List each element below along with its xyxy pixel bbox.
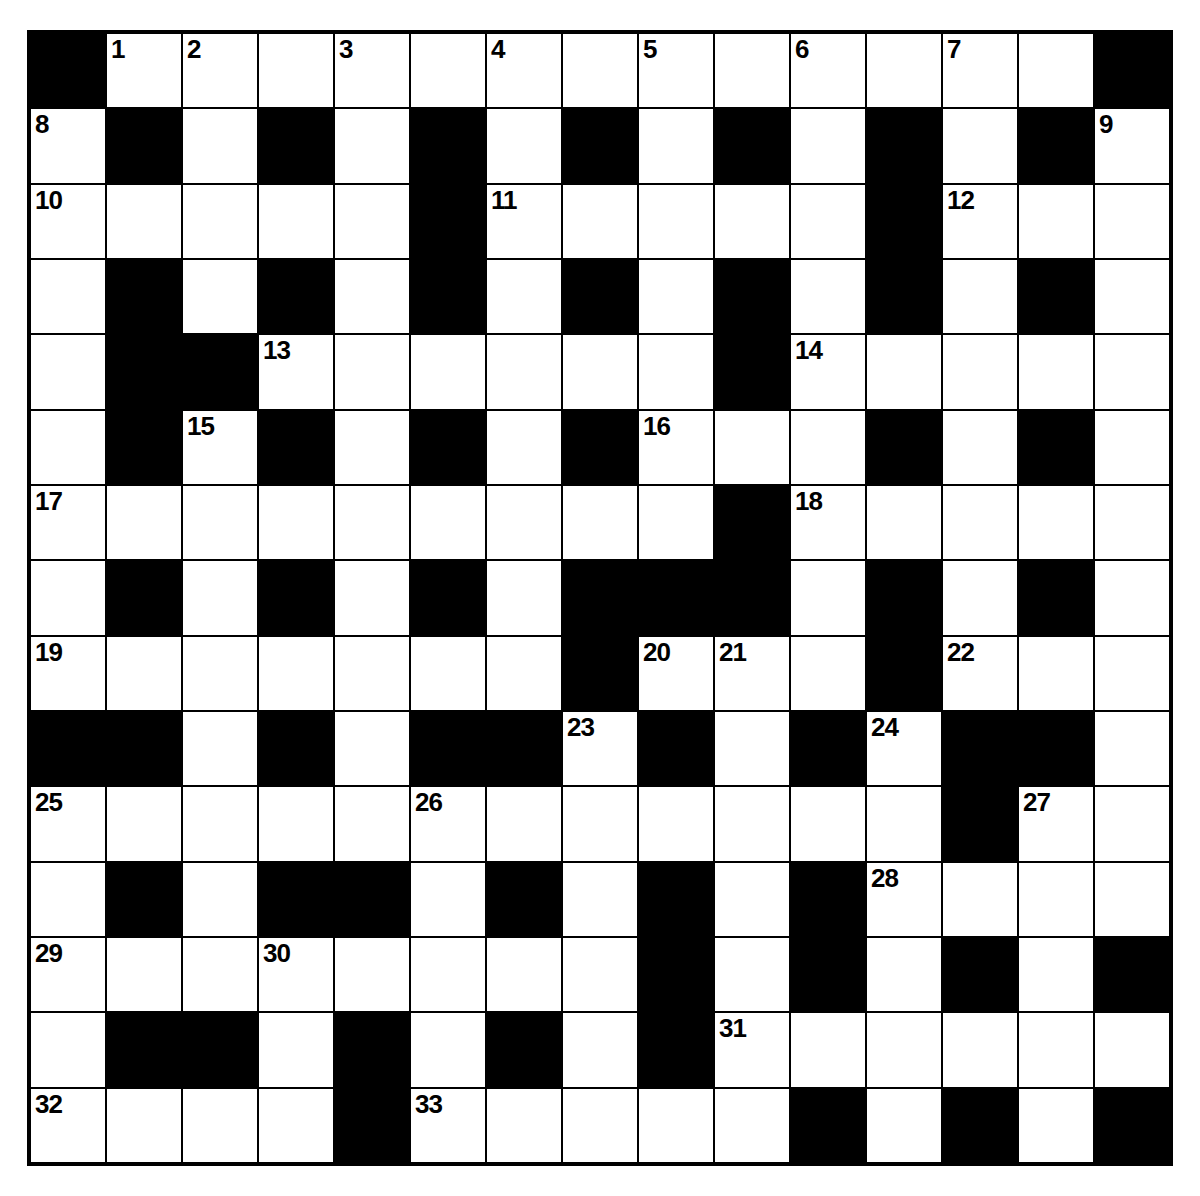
clue-number-17: 17	[35, 488, 62, 514]
block-cell-r14c10	[790, 1088, 866, 1163]
cell-r8c2[interactable]	[182, 636, 258, 711]
block-cell-r1c3	[258, 108, 334, 183]
block-cell-r13c8	[638, 1012, 714, 1087]
cell-r13c13[interactable]	[1018, 1012, 1094, 1087]
cell-r14c0[interactable]: 32	[30, 1088, 106, 1163]
block-cell-r5c7	[562, 410, 638, 485]
cell-r7c6[interactable]	[486, 560, 562, 635]
clue-number-18: 18	[795, 488, 822, 514]
block-cell-r7c11	[866, 560, 942, 635]
cell-r7c0[interactable]	[30, 560, 106, 635]
cell-r4c14[interactable]	[1094, 334, 1170, 409]
block-cell-r13c4	[334, 1012, 410, 1087]
block-cell-r1c7	[562, 108, 638, 183]
clue-number-25: 25	[35, 789, 62, 815]
block-cell-r3c1	[106, 259, 182, 334]
clue-number-29: 29	[35, 940, 62, 966]
cell-r9c14[interactable]	[1094, 711, 1170, 786]
cell-r11c9[interactable]	[714, 862, 790, 937]
cell-r12c5[interactable]	[410, 937, 486, 1012]
block-cell-r9c12	[942, 711, 1018, 786]
block-cell-r1c5	[410, 108, 486, 183]
cell-r14c5[interactable]: 33	[410, 1088, 486, 1163]
cell-r0c1[interactable]: 1	[106, 33, 182, 108]
block-cell-r13c2	[182, 1012, 258, 1087]
cell-r11c11[interactable]: 28	[866, 862, 942, 937]
cell-r3c14[interactable]	[1094, 259, 1170, 334]
clue-number-2: 2	[187, 36, 200, 62]
cell-r10c7[interactable]	[562, 786, 638, 861]
block-cell-r7c1	[106, 560, 182, 635]
clue-number-1: 1	[111, 36, 124, 62]
cell-r10c5[interactable]: 26	[410, 786, 486, 861]
cell-r14c9[interactable]	[714, 1088, 790, 1163]
block-cell-r3c11	[866, 259, 942, 334]
clue-number-21: 21	[719, 639, 746, 665]
block-cell-r11c4	[334, 862, 410, 937]
block-cell-r9c6	[486, 711, 562, 786]
block-cell-r12c12	[942, 937, 1018, 1012]
cell-r12c4[interactable]	[334, 937, 410, 1012]
cell-r7c12[interactable]	[942, 560, 1018, 635]
cell-r14c2[interactable]	[182, 1088, 258, 1163]
block-cell-r3c7	[562, 259, 638, 334]
cell-r3c0[interactable]	[30, 259, 106, 334]
block-cell-r14c4	[334, 1088, 410, 1163]
cell-r3c10[interactable]	[790, 259, 866, 334]
cell-r1c0[interactable]: 8	[30, 108, 106, 183]
block-cell-r4c1	[106, 334, 182, 409]
cell-r9c9[interactable]	[714, 711, 790, 786]
cell-r2c14[interactable]	[1094, 184, 1170, 259]
block-cell-r3c9	[714, 259, 790, 334]
cell-r10c10[interactable]	[790, 786, 866, 861]
clue-number-11: 11	[491, 187, 517, 213]
block-cell-r8c11	[866, 636, 942, 711]
cell-r11c14[interactable]	[1094, 862, 1170, 937]
cell-r2c10[interactable]	[790, 184, 866, 259]
clue-number-15: 15	[187, 413, 214, 439]
cell-r13c3[interactable]	[258, 1012, 334, 1087]
cell-r3c4[interactable]	[334, 259, 410, 334]
cell-r2c2[interactable]	[182, 184, 258, 259]
cell-r0c7[interactable]	[562, 33, 638, 108]
cell-r8c3[interactable]	[258, 636, 334, 711]
cell-r8c5[interactable]	[410, 636, 486, 711]
block-cell-r11c10	[790, 862, 866, 937]
cell-r14c3[interactable]	[258, 1088, 334, 1163]
block-cell-r11c6	[486, 862, 562, 937]
block-cell-r2c5	[410, 184, 486, 259]
cell-r4c13[interactable]	[1018, 334, 1094, 409]
block-cell-r11c1	[106, 862, 182, 937]
clue-number-12: 12	[947, 187, 974, 213]
block-cell-r9c3	[258, 711, 334, 786]
crossword-board: 1234567891011121314151617181920212223242…	[27, 30, 1173, 1166]
cell-r1c4[interactable]	[334, 108, 410, 183]
block-cell-r9c8	[638, 711, 714, 786]
clue-number-31: 31	[719, 1015, 746, 1041]
cell-r5c14[interactable]	[1094, 410, 1170, 485]
cell-r5c0[interactable]	[30, 410, 106, 485]
cell-r6c2[interactable]	[182, 485, 258, 560]
cell-r2c7[interactable]	[562, 184, 638, 259]
cell-r13c12[interactable]	[942, 1012, 1018, 1087]
cell-r1c2[interactable]	[182, 108, 258, 183]
cell-r8c9[interactable]: 21	[714, 636, 790, 711]
cell-r4c8[interactable]	[638, 334, 714, 409]
cell-r14c11[interactable]	[866, 1088, 942, 1163]
clue-number-24: 24	[871, 714, 898, 740]
cell-r3c12[interactable]	[942, 259, 1018, 334]
cell-r10c6[interactable]	[486, 786, 562, 861]
cell-r2c6[interactable]: 11	[486, 184, 562, 259]
cell-r13c5[interactable]	[410, 1012, 486, 1087]
block-cell-r7c3	[258, 560, 334, 635]
cell-r11c0[interactable]	[30, 862, 106, 937]
block-cell-r12c8	[638, 937, 714, 1012]
cell-r4c0[interactable]	[30, 334, 106, 409]
cell-r4c5[interactable]	[410, 334, 486, 409]
cell-r13c0[interactable]	[30, 1012, 106, 1087]
block-cell-r9c1	[106, 711, 182, 786]
cell-r5c10[interactable]	[790, 410, 866, 485]
cell-r12c6[interactable]	[486, 937, 562, 1012]
block-cell-r8c7	[562, 636, 638, 711]
cell-r1c10[interactable]	[790, 108, 866, 183]
cell-r5c12[interactable]	[942, 410, 1018, 485]
cell-r8c10[interactable]	[790, 636, 866, 711]
cell-r0c11[interactable]	[866, 33, 942, 108]
block-cell-r9c13	[1018, 711, 1094, 786]
cell-r0c10[interactable]: 6	[790, 33, 866, 108]
cell-r1c6[interactable]	[486, 108, 562, 183]
block-cell-r5c13	[1018, 410, 1094, 485]
block-cell-r14c14	[1094, 1088, 1170, 1163]
cell-r3c6[interactable]	[486, 259, 562, 334]
cell-r11c2[interactable]	[182, 862, 258, 937]
cell-r10c1[interactable]	[106, 786, 182, 861]
cell-r12c13[interactable]	[1018, 937, 1094, 1012]
cell-r10c2[interactable]	[182, 786, 258, 861]
cell-r14c13[interactable]	[1018, 1088, 1094, 1163]
clue-number-26: 26	[415, 789, 442, 815]
cell-r11c7[interactable]	[562, 862, 638, 937]
block-cell-r5c1	[106, 410, 182, 485]
cell-r2c13[interactable]	[1018, 184, 1094, 259]
cell-r8c0[interactable]: 19	[30, 636, 106, 711]
cell-r8c1[interactable]	[106, 636, 182, 711]
cell-r12c7[interactable]	[562, 937, 638, 1012]
cell-r10c0[interactable]: 25	[30, 786, 106, 861]
block-cell-r1c9	[714, 108, 790, 183]
clue-number-8: 8	[35, 111, 48, 137]
cell-r6c10[interactable]: 18	[790, 485, 866, 560]
block-cell-r12c10	[790, 937, 866, 1012]
block-cell-r12c14	[1094, 937, 1170, 1012]
cell-r1c14[interactable]: 9	[1094, 108, 1170, 183]
block-cell-r7c5	[410, 560, 486, 635]
cell-r12c1[interactable]	[106, 937, 182, 1012]
cell-r0c4[interactable]: 3	[334, 33, 410, 108]
clue-number-9: 9	[1099, 111, 1112, 137]
cell-r11c5[interactable]	[410, 862, 486, 937]
block-cell-r11c3	[258, 862, 334, 937]
block-cell-r13c6	[486, 1012, 562, 1087]
cell-r10c3[interactable]	[258, 786, 334, 861]
cell-r4c7[interactable]	[562, 334, 638, 409]
cell-r0c9[interactable]	[714, 33, 790, 108]
block-cell-r5c11	[866, 410, 942, 485]
clue-number-23: 23	[567, 714, 594, 740]
block-cell-r13c1	[106, 1012, 182, 1087]
cell-r9c2[interactable]	[182, 711, 258, 786]
block-cell-r11c8	[638, 862, 714, 937]
cell-r10c11[interactable]	[866, 786, 942, 861]
block-cell-r0c14	[1094, 33, 1170, 108]
cell-r14c1[interactable]	[106, 1088, 182, 1163]
cell-r7c2[interactable]	[182, 560, 258, 635]
clue-number-10: 10	[35, 187, 62, 213]
cell-r0c6[interactable]: 4	[486, 33, 562, 108]
cell-r7c14[interactable]	[1094, 560, 1170, 635]
block-cell-r0c0	[30, 33, 106, 108]
block-cell-r4c2	[182, 334, 258, 409]
cell-r0c13[interactable]	[1018, 33, 1094, 108]
cell-r8c14[interactable]	[1094, 636, 1170, 711]
cell-r2c4[interactable]	[334, 184, 410, 259]
block-cell-r7c7	[562, 560, 638, 635]
block-cell-r1c1	[106, 108, 182, 183]
cell-r10c9[interactable]	[714, 786, 790, 861]
clue-number-22: 22	[947, 639, 974, 665]
block-cell-r7c8	[638, 560, 714, 635]
block-cell-r2c11	[866, 184, 942, 259]
cell-r10c14[interactable]	[1094, 786, 1170, 861]
cell-r11c12[interactable]	[942, 862, 1018, 937]
clue-number-5: 5	[643, 36, 656, 62]
cell-r6c4[interactable]	[334, 485, 410, 560]
cell-r9c11[interactable]: 24	[866, 711, 942, 786]
cell-r0c12[interactable]: 7	[942, 33, 1018, 108]
cell-r6c7[interactable]	[562, 485, 638, 560]
clue-number-4: 4	[491, 36, 504, 62]
clue-number-30: 30	[263, 940, 290, 966]
cell-r6c11[interactable]	[866, 485, 942, 560]
clue-number-16: 16	[643, 413, 670, 439]
cell-r0c2[interactable]: 2	[182, 33, 258, 108]
cell-r4c4[interactable]	[334, 334, 410, 409]
cell-r4c3[interactable]: 13	[258, 334, 334, 409]
cell-r11c13[interactable]	[1018, 862, 1094, 937]
cell-r4c11[interactable]	[866, 334, 942, 409]
cell-r13c14[interactable]	[1094, 1012, 1170, 1087]
cell-r5c6[interactable]	[486, 410, 562, 485]
cell-r4c6[interactable]	[486, 334, 562, 409]
cell-r6c13[interactable]	[1018, 485, 1094, 560]
clue-number-27: 27	[1023, 789, 1050, 815]
cell-r0c8[interactable]: 5	[638, 33, 714, 108]
cell-r1c12[interactable]	[942, 108, 1018, 183]
clue-number-28: 28	[871, 865, 898, 891]
cell-r8c8[interactable]: 20	[638, 636, 714, 711]
cell-r6c12[interactable]	[942, 485, 1018, 560]
block-cell-r5c3	[258, 410, 334, 485]
cell-r1c8[interactable]	[638, 108, 714, 183]
cell-r6c3[interactable]	[258, 485, 334, 560]
cell-r2c8[interactable]	[638, 184, 714, 259]
block-cell-r9c0	[30, 711, 106, 786]
cell-r9c4[interactable]	[334, 711, 410, 786]
block-cell-r7c9	[714, 560, 790, 635]
block-cell-r9c5	[410, 711, 486, 786]
cell-r12c0[interactable]: 29	[30, 937, 106, 1012]
cell-r3c8[interactable]	[638, 259, 714, 334]
cell-r6c6[interactable]	[486, 485, 562, 560]
cell-r6c1[interactable]	[106, 485, 182, 560]
cell-r2c9[interactable]	[714, 184, 790, 259]
block-cell-r1c13	[1018, 108, 1094, 183]
cell-r5c4[interactable]	[334, 410, 410, 485]
cell-r10c13[interactable]: 27	[1018, 786, 1094, 861]
block-cell-r14c12	[942, 1088, 1018, 1163]
cell-r8c12[interactable]: 22	[942, 636, 1018, 711]
cell-r2c0[interactable]: 10	[30, 184, 106, 259]
cell-r12c3[interactable]: 30	[258, 937, 334, 1012]
block-cell-r4c9	[714, 334, 790, 409]
cell-r3c2[interactable]	[182, 259, 258, 334]
cell-r6c14[interactable]	[1094, 485, 1170, 560]
cell-r0c5[interactable]	[410, 33, 486, 108]
block-cell-r3c5	[410, 259, 486, 334]
cell-r13c10[interactable]	[790, 1012, 866, 1087]
cell-r8c4[interactable]	[334, 636, 410, 711]
cell-r7c4[interactable]	[334, 560, 410, 635]
cell-r12c2[interactable]	[182, 937, 258, 1012]
cell-r6c8[interactable]	[638, 485, 714, 560]
cell-r2c3[interactable]	[258, 184, 334, 259]
cell-r4c12[interactable]	[942, 334, 1018, 409]
cell-r2c1[interactable]	[106, 184, 182, 259]
cell-r6c0[interactable]: 17	[30, 485, 106, 560]
block-cell-r9c10	[790, 711, 866, 786]
cell-r9c7[interactable]: 23	[562, 711, 638, 786]
cell-r8c6[interactable]	[486, 636, 562, 711]
clue-number-14: 14	[795, 337, 822, 363]
cell-r7c10[interactable]	[790, 560, 866, 635]
cell-r4c10[interactable]: 14	[790, 334, 866, 409]
clue-number-7: 7	[947, 36, 960, 62]
cell-r6c5[interactable]	[410, 485, 486, 560]
block-cell-r5c5	[410, 410, 486, 485]
block-cell-r7c13	[1018, 560, 1094, 635]
clue-number-13: 13	[263, 337, 290, 363]
cell-r10c4[interactable]	[334, 786, 410, 861]
clue-number-19: 19	[35, 639, 62, 665]
cell-r12c9[interactable]	[714, 937, 790, 1012]
cell-r13c11[interactable]	[866, 1012, 942, 1087]
cell-r14c7[interactable]	[562, 1088, 638, 1163]
cell-r13c7[interactable]	[562, 1012, 638, 1087]
cell-r12c11[interactable]	[866, 937, 942, 1012]
clue-number-20: 20	[643, 639, 670, 665]
cell-r14c8[interactable]	[638, 1088, 714, 1163]
clue-number-32: 32	[35, 1091, 62, 1117]
cell-r14c6[interactable]	[486, 1088, 562, 1163]
clue-number-33: 33	[415, 1091, 442, 1117]
block-cell-r3c13	[1018, 259, 1094, 334]
cell-r2c12[interactable]: 12	[942, 184, 1018, 259]
cell-r5c8[interactable]: 16	[638, 410, 714, 485]
block-cell-r3c3	[258, 259, 334, 334]
block-cell-r1c11	[866, 108, 942, 183]
cell-r0c3[interactable]	[258, 33, 334, 108]
cell-r13c9[interactable]: 31	[714, 1012, 790, 1087]
clue-number-6: 6	[795, 36, 808, 62]
cell-r5c2[interactable]: 15	[182, 410, 258, 485]
cell-r8c13[interactable]	[1018, 636, 1094, 711]
cell-r5c9[interactable]	[714, 410, 790, 485]
cell-r10c8[interactable]	[638, 786, 714, 861]
block-cell-r10c12	[942, 786, 1018, 861]
clue-number-3: 3	[339, 36, 352, 62]
block-cell-r6c9	[714, 485, 790, 560]
